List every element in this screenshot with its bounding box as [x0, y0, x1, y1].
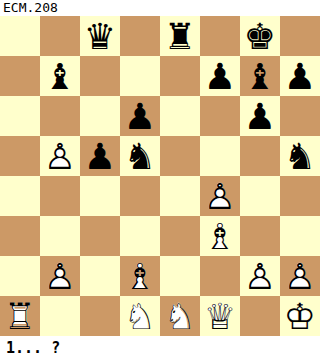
white-piece-outline: ♙	[40, 256, 80, 296]
square-f2[interactable]	[200, 256, 240, 296]
square-d4[interactable]	[120, 176, 160, 216]
square-g7[interactable]: ♝	[240, 56, 280, 96]
black-piece-glyph: ♚	[240, 16, 280, 56]
piece-white-bishop-d2[interactable]: ♝♗	[120, 256, 160, 296]
white-piece-outline: ♙	[40, 136, 80, 176]
piece-black-pawn-g6[interactable]: ♟	[240, 96, 280, 136]
square-d8[interactable]	[120, 16, 160, 56]
square-a4[interactable]	[0, 176, 40, 216]
white-piece-outline: ♘	[160, 296, 200, 336]
square-f3[interactable]: ♝♗	[200, 216, 240, 256]
square-f7[interactable]: ♟	[200, 56, 240, 96]
move-prompt: 1... ?	[6, 339, 60, 357]
square-g5[interactable]	[240, 136, 280, 176]
black-piece-glyph: ♞	[120, 136, 160, 176]
square-f1[interactable]: ♛♕	[200, 296, 240, 336]
piece-white-knight-d1[interactable]: ♞♘	[120, 296, 160, 336]
piece-black-pawn-d6[interactable]: ♟	[120, 96, 160, 136]
square-h4[interactable]	[280, 176, 320, 216]
square-h2[interactable]: ♟♙	[280, 256, 320, 296]
piece-white-pawn-b2[interactable]: ♟♙	[40, 256, 80, 296]
square-d6[interactable]: ♟	[120, 96, 160, 136]
square-f5[interactable]	[200, 136, 240, 176]
piece-black-bishop-g7[interactable]: ♝	[240, 56, 280, 96]
piece-black-bishop-b7[interactable]: ♝	[40, 56, 80, 96]
square-g1[interactable]	[240, 296, 280, 336]
square-b6[interactable]	[40, 96, 80, 136]
black-piece-glyph: ♟	[120, 96, 160, 136]
white-piece-outline: ♖	[0, 296, 40, 336]
square-d3[interactable]	[120, 216, 160, 256]
square-e2[interactable]	[160, 256, 200, 296]
square-a8[interactable]	[0, 16, 40, 56]
square-c4[interactable]	[80, 176, 120, 216]
square-b7[interactable]: ♝	[40, 56, 80, 96]
square-b3[interactable]	[40, 216, 80, 256]
piece-white-pawn-g2[interactable]: ♟♙	[240, 256, 280, 296]
square-h8[interactable]	[280, 16, 320, 56]
piece-black-rook-e8[interactable]: ♜	[160, 16, 200, 56]
black-piece-glyph: ♝	[240, 56, 280, 96]
square-g4[interactable]	[240, 176, 280, 216]
chess-board: ♛♜♚♝♟♝♟♟♟♟♙♟♞♞♟♙♝♗♟♙♝♗♟♙♟♙♜♖♞♘♞♘♛♕♚♔	[0, 16, 320, 336]
white-piece-outline: ♙	[280, 256, 320, 296]
square-f6[interactable]	[200, 96, 240, 136]
black-piece-glyph: ♟	[200, 56, 240, 96]
square-a6[interactable]	[0, 96, 40, 136]
square-c5[interactable]: ♟	[80, 136, 120, 176]
black-piece-glyph: ♟	[80, 136, 120, 176]
square-a5[interactable]	[0, 136, 40, 176]
square-b4[interactable]	[40, 176, 80, 216]
piece-white-pawn-b5[interactable]: ♟♙	[40, 136, 80, 176]
square-e7[interactable]	[160, 56, 200, 96]
square-d2[interactable]: ♝♗	[120, 256, 160, 296]
piece-black-king-g8[interactable]: ♚	[240, 16, 280, 56]
square-f8[interactable]	[200, 16, 240, 56]
white-piece-outline: ♘	[120, 296, 160, 336]
square-c6[interactable]	[80, 96, 120, 136]
square-g3[interactable]	[240, 216, 280, 256]
square-h3[interactable]	[280, 216, 320, 256]
white-piece-outline: ♔	[280, 296, 320, 336]
square-c1[interactable]	[80, 296, 120, 336]
piece-white-pawn-f4[interactable]: ♟♙	[200, 176, 240, 216]
square-a7[interactable]	[0, 56, 40, 96]
square-f4[interactable]: ♟♙	[200, 176, 240, 216]
square-e5[interactable]	[160, 136, 200, 176]
square-c7[interactable]	[80, 56, 120, 96]
piece-black-knight-h5[interactable]: ♞	[280, 136, 320, 176]
square-b8[interactable]	[40, 16, 80, 56]
piece-white-knight-e1[interactable]: ♞♘	[160, 296, 200, 336]
white-piece-outline: ♙	[240, 256, 280, 296]
white-piece-outline: ♕	[200, 296, 240, 336]
square-e8[interactable]: ♜	[160, 16, 200, 56]
diagram-title: ECM.208	[3, 1, 58, 15]
square-e4[interactable]	[160, 176, 200, 216]
square-d5[interactable]: ♞	[120, 136, 160, 176]
piece-white-queen-f1[interactable]: ♛♕	[200, 296, 240, 336]
square-d1[interactable]: ♞♘	[120, 296, 160, 336]
piece-white-rook-a1[interactable]: ♜♖	[0, 296, 40, 336]
square-b5[interactable]: ♟♙	[40, 136, 80, 176]
square-c8[interactable]: ♛	[80, 16, 120, 56]
white-piece-outline: ♙	[200, 176, 240, 216]
piece-black-knight-d5[interactable]: ♞	[120, 136, 160, 176]
square-a2[interactable]	[0, 256, 40, 296]
piece-white-king-h1[interactable]: ♚♔	[280, 296, 320, 336]
black-piece-glyph: ♟	[280, 56, 320, 96]
square-a3[interactable]	[0, 216, 40, 256]
black-piece-glyph: ♛	[80, 16, 120, 56]
black-piece-glyph: ♞	[280, 136, 320, 176]
square-c2[interactable]	[80, 256, 120, 296]
square-d7[interactable]	[120, 56, 160, 96]
piece-black-pawn-c5[interactable]: ♟	[80, 136, 120, 176]
piece-black-pawn-f7[interactable]: ♟	[200, 56, 240, 96]
square-h5[interactable]: ♞	[280, 136, 320, 176]
square-h1[interactable]: ♚♔	[280, 296, 320, 336]
black-piece-glyph: ♟	[240, 96, 280, 136]
square-e6[interactable]	[160, 96, 200, 136]
square-b1[interactable]	[40, 296, 80, 336]
white-piece-outline: ♗	[120, 256, 160, 296]
piece-white-bishop-f3[interactable]: ♝♗	[200, 216, 240, 256]
black-piece-glyph: ♜	[160, 16, 200, 56]
square-e1[interactable]: ♞♘	[160, 296, 200, 336]
square-h7[interactable]: ♟	[280, 56, 320, 96]
square-g8[interactable]: ♚	[240, 16, 280, 56]
square-g6[interactable]: ♟	[240, 96, 280, 136]
white-piece-outline: ♗	[200, 216, 240, 256]
piece-black-pawn-h7[interactable]: ♟	[280, 56, 320, 96]
square-a1[interactable]: ♜♖	[0, 296, 40, 336]
square-c3[interactable]	[80, 216, 120, 256]
square-g2[interactable]: ♟♙	[240, 256, 280, 296]
black-piece-glyph: ♝	[40, 56, 80, 96]
square-b2[interactable]: ♟♙	[40, 256, 80, 296]
piece-white-pawn-h2[interactable]: ♟♙	[280, 256, 320, 296]
square-h6[interactable]	[280, 96, 320, 136]
square-e3[interactable]	[160, 216, 200, 256]
piece-black-queen-c8[interactable]: ♛	[80, 16, 120, 56]
